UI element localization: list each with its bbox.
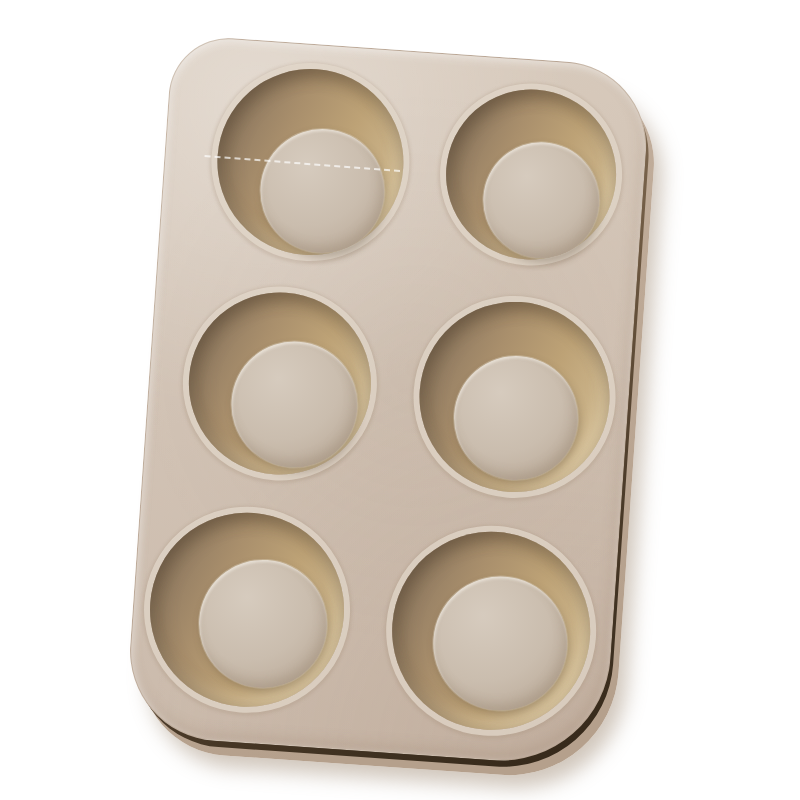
- muffin-cup-top-left: [211, 63, 410, 262]
- muffin-cup-top-right: [440, 84, 621, 265]
- muffin-cup-middle-left: [183, 286, 377, 480]
- muffin-cup-middle-right: [413, 295, 616, 498]
- muffin-cup-bottom-left: [143, 506, 350, 713]
- muffin-cup-bottom-right: [385, 525, 596, 736]
- pan-face: [124, 34, 652, 768]
- cup-floor-bottom-left: [195, 556, 332, 693]
- cup-floor-middle-left: [227, 337, 361, 471]
- scene: [0, 0, 800, 800]
- cup-floor-bottom-right: [429, 572, 572, 715]
- cup-floor-middle-right: [450, 352, 582, 484]
- muffin-pan: [124, 34, 650, 766]
- cup-floor-top-right: [479, 138, 603, 262]
- cup-floor-top-left: [256, 125, 388, 257]
